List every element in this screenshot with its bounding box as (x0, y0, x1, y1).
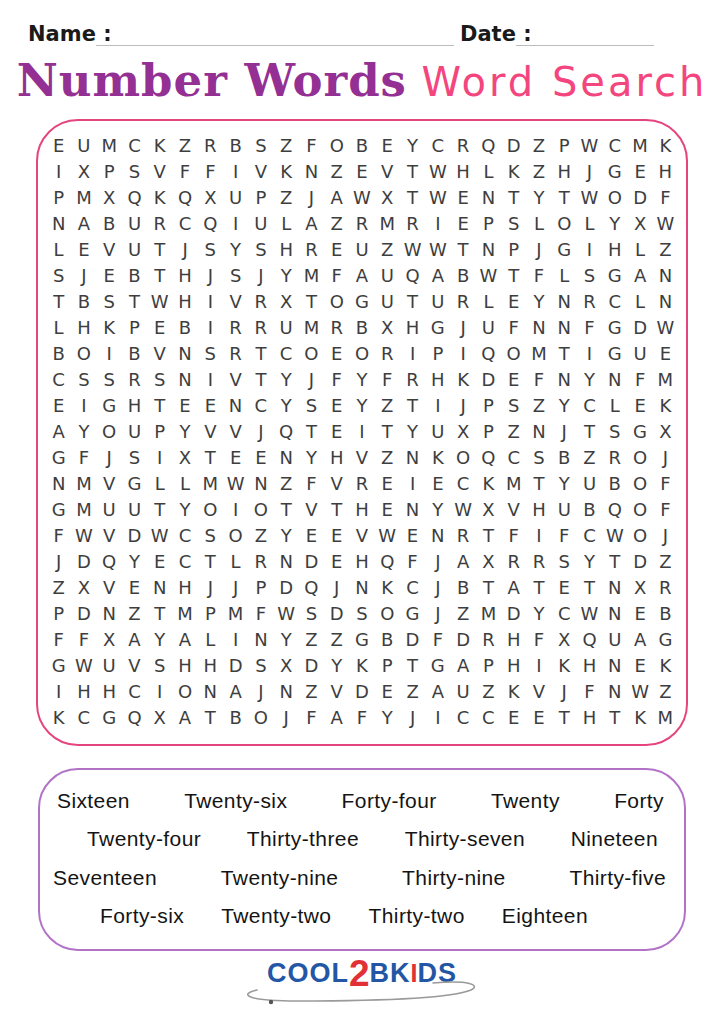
grid-cell: Y (274, 262, 299, 288)
grid-cell: U (627, 340, 652, 366)
grid-cell: Z (526, 158, 551, 184)
grid-cell: I (425, 210, 450, 236)
grid-cell: F (46, 627, 71, 653)
grid-cell: M (627, 132, 652, 158)
grid-cell: W (577, 601, 602, 627)
grid-cell: Q (274, 418, 299, 444)
grid-cell: S (526, 445, 551, 471)
grid-cell: T (400, 158, 425, 184)
grid-cell: O (627, 497, 652, 523)
grid-cell: P (46, 601, 71, 627)
grid-cell: F (324, 366, 349, 392)
grid-cell: O (324, 288, 349, 314)
footer: COOL2BKIDS (0, 958, 724, 992)
grid-cell: F (552, 523, 577, 549)
grid-cell: G (349, 288, 374, 314)
grid-cell: W (147, 288, 172, 314)
grid-cell: H (602, 236, 627, 262)
grid-cell: R (299, 236, 324, 262)
grid-cell: E (147, 314, 172, 340)
grid-cell: T (577, 418, 602, 444)
grid-cell: R (349, 210, 374, 236)
word-list-item: Thirty-two (369, 904, 465, 928)
grid-cell: J (552, 418, 577, 444)
grid-cell: P (375, 653, 400, 679)
grid-cell: V (122, 653, 147, 679)
grid-cell: T (147, 601, 172, 627)
grid-cell: A (223, 679, 248, 705)
grid-cell: D (299, 653, 324, 679)
cool2bkids-logo[interactable]: COOL2BKIDS (267, 958, 457, 992)
grid-cell: E (97, 262, 122, 288)
grid-cell: O (602, 184, 627, 210)
grid-cell: D (501, 132, 526, 158)
grid-cell: N (653, 288, 678, 314)
grid-cell: E (627, 392, 652, 418)
grid-cell: Q (602, 497, 627, 523)
grid-cell: U (425, 288, 450, 314)
grid-cell: K (147, 132, 172, 158)
grid-cell: R (223, 314, 248, 340)
grid-cell: X (476, 549, 501, 575)
grid-cell: B (223, 132, 248, 158)
grid-cell: O (450, 445, 475, 471)
grid-cell: R (375, 340, 400, 366)
grid-cell: K (653, 653, 678, 679)
grid-cell: G (602, 158, 627, 184)
grid-cell: E (324, 392, 349, 418)
date-field[interactable] (516, 45, 654, 46)
grid-cell: P (97, 158, 122, 184)
grid-cell: L (172, 471, 197, 497)
grid-cell: K (349, 653, 374, 679)
grid-cell: G (97, 705, 122, 731)
grid-cell: N (274, 549, 299, 575)
grid-cell: N (526, 418, 551, 444)
word-list-item: Sixteen (57, 789, 130, 813)
grid-cell: B (122, 340, 147, 366)
grid-cell: F (299, 705, 324, 731)
grid-cell: A (349, 262, 374, 288)
grid-cell: O (299, 340, 324, 366)
grid-cell: V (223, 288, 248, 314)
grid-cell: F (627, 366, 652, 392)
grid-cell: F (299, 132, 324, 158)
grid-cell: Y (274, 523, 299, 549)
grid-cell: S (97, 288, 122, 314)
grid-cell: G (627, 418, 652, 444)
grid-cell: J (552, 679, 577, 705)
grid-cell: I (526, 653, 551, 679)
grid-cell: K (46, 705, 71, 731)
grid-cell: M (71, 497, 96, 523)
grid-cell: H (349, 549, 374, 575)
grid-cell: D (122, 523, 147, 549)
grid-cell: L (526, 210, 551, 236)
grid-cell: V (501, 497, 526, 523)
grid-cell: X (552, 627, 577, 653)
grid-cell: N (274, 679, 299, 705)
grid-cell: A (46, 418, 71, 444)
grid-cell: D (71, 549, 96, 575)
grid-cell: E (324, 523, 349, 549)
grid-cell: Q (476, 340, 501, 366)
grid-cell: C (552, 601, 577, 627)
grid-cell: S (602, 418, 627, 444)
grid-cell: W (223, 471, 248, 497)
grid-cell: U (274, 314, 299, 340)
grid-cell: M (71, 471, 96, 497)
name-field[interactable] (96, 45, 454, 46)
grid-cell: E (375, 679, 400, 705)
grid-cell: Y (122, 549, 147, 575)
grid-cell: U (476, 314, 501, 340)
grid-cell: E (501, 288, 526, 314)
grid-cell: R (400, 366, 425, 392)
grid-cell: J (97, 445, 122, 471)
grid-cell: C (248, 392, 273, 418)
grid-cell: C (122, 132, 147, 158)
grid-cell: N (653, 262, 678, 288)
grid-cell: D (274, 575, 299, 601)
grid-cell: H (324, 445, 349, 471)
grid-cell: J (299, 184, 324, 210)
grid-cell: Z (450, 601, 475, 627)
grid-cell: J (172, 236, 197, 262)
grid-cell: R (450, 132, 475, 158)
grid-cell: F (653, 497, 678, 523)
grid-cell: T (375, 418, 400, 444)
grid-cell: Z (375, 392, 400, 418)
grid-cell: D (324, 601, 349, 627)
grid-cell: X (172, 445, 197, 471)
grid-cell: N (400, 497, 425, 523)
grid-cell: C (122, 679, 147, 705)
grid-cell: E (375, 132, 400, 158)
grid-cell: O (71, 340, 96, 366)
grid-cell: O (324, 132, 349, 158)
grid-cell: Y (71, 418, 96, 444)
grid-cell: R (602, 445, 627, 471)
name-label: Name : (28, 22, 112, 46)
grid-cell: L (627, 236, 652, 262)
grid-cell: T (552, 705, 577, 731)
grid-cell: H (172, 288, 197, 314)
grid-cell: N (248, 471, 273, 497)
word-list-row: Twenty-fourThirty-threeThirty-sevenNinet… (40, 827, 684, 851)
grid-cell: U (97, 653, 122, 679)
grid-cell: M (71, 184, 96, 210)
grid-cell: V (147, 340, 172, 366)
grid-cell: S (198, 236, 223, 262)
grid-cell: T (46, 288, 71, 314)
grid-cell: S (248, 132, 273, 158)
grid-cell: E (324, 340, 349, 366)
grid-cell: T (198, 549, 223, 575)
grid-cell: L (274, 210, 299, 236)
grid-cell: N (248, 627, 273, 653)
grid-cell: I (223, 627, 248, 653)
grid-cell: F (526, 366, 551, 392)
grid-cell: O (248, 497, 273, 523)
grid-cell: F (172, 158, 197, 184)
grid-cell: Z (248, 523, 273, 549)
grid-cell: Y (552, 471, 577, 497)
grid-cell: I (198, 314, 223, 340)
grid-cell: M (375, 210, 400, 236)
grid-cell: P (248, 575, 273, 601)
grid-cell: L (476, 158, 501, 184)
grid-cell: A (501, 575, 526, 601)
grid-cell: W (425, 236, 450, 262)
grid-cell: S (122, 445, 147, 471)
grid-cell: N (602, 653, 627, 679)
grid-cell: W (577, 132, 602, 158)
grid-cell: K (375, 575, 400, 601)
grid-cell: D (627, 314, 652, 340)
grid-cell: J (248, 679, 273, 705)
grid-cell: R (223, 340, 248, 366)
grid-cell: I (71, 392, 96, 418)
grid-cell: W (400, 236, 425, 262)
grid-cell: G (602, 262, 627, 288)
grid-cell: T (198, 445, 223, 471)
grid-cell: M (299, 314, 324, 340)
grid-cell: W (602, 523, 627, 549)
grid-cell: E (147, 549, 172, 575)
grid-cell: F (400, 549, 425, 575)
grid-cell: J (299, 366, 324, 392)
grid-cell: B (602, 471, 627, 497)
worksheet-page: Name : Date : Number Words Word Search E… (0, 0, 724, 1024)
grid-cell: Y (526, 184, 551, 210)
grid-cell: Y (172, 497, 197, 523)
grid-cell: K (425, 445, 450, 471)
grid-cell: I (97, 340, 122, 366)
grid-cell: S (46, 262, 71, 288)
grid-cell: Z (172, 132, 197, 158)
grid-cell: K (627, 705, 652, 731)
logo-swoosh-icon (237, 978, 487, 1008)
grid-cell: Z (299, 679, 324, 705)
grid-cell: N (425, 523, 450, 549)
grid-cell: R (653, 575, 678, 601)
grid-cell: T (147, 236, 172, 262)
grid-cell: H (501, 627, 526, 653)
grid-cell: T (476, 575, 501, 601)
grid-cell: U (425, 418, 450, 444)
grid-cell: D (349, 679, 374, 705)
grid-cell: T (501, 184, 526, 210)
grid-cell: T (552, 340, 577, 366)
grid-cell: K (450, 366, 475, 392)
grid-cell: J (274, 705, 299, 731)
grid-cell: N (349, 575, 374, 601)
grid-cell: K (274, 158, 299, 184)
grid-cell: E (198, 392, 223, 418)
grid-cell: E (46, 392, 71, 418)
grid-cell: H (122, 392, 147, 418)
grid-cell: O (349, 340, 374, 366)
grid-cell: D (450, 627, 475, 653)
grid-cell: M (476, 601, 501, 627)
grid-cell: T (476, 523, 501, 549)
grid-cell: Z (653, 679, 678, 705)
grid-cell: T (147, 392, 172, 418)
grid-cell: B (653, 601, 678, 627)
grid-cell: H (552, 158, 577, 184)
grid-cell: R (248, 314, 273, 340)
grid-cell: R (122, 366, 147, 392)
grid-cell: N (97, 601, 122, 627)
grid-cell: N (476, 184, 501, 210)
grid-cell: V (324, 471, 349, 497)
grid-cell: G (122, 471, 147, 497)
grid-cell: A (172, 627, 197, 653)
grid-cell: V (223, 418, 248, 444)
grid-cell: N (552, 314, 577, 340)
grid-cell: E (248, 445, 273, 471)
grid-cell: K (476, 471, 501, 497)
grid-cell: U (248, 210, 273, 236)
grid-cell: I (425, 392, 450, 418)
grid-cell: S (223, 262, 248, 288)
grid-cell: K (97, 314, 122, 340)
grid-cell: X (147, 705, 172, 731)
grid-cell: N (147, 575, 172, 601)
grid-cell: B (450, 575, 475, 601)
grid-cell: Q (172, 184, 197, 210)
grid-cell: T (248, 340, 273, 366)
grid-cell: W (71, 653, 96, 679)
grid-cell: V (97, 471, 122, 497)
grid-cell: E (627, 601, 652, 627)
title-sub: Word Search (421, 59, 707, 105)
grid-cell: E (122, 575, 147, 601)
grid-cell: J (526, 236, 551, 262)
word-list-item: Thirty-nine (402, 866, 506, 890)
grid-cell: V (97, 523, 122, 549)
word-list-item: Forty-four (342, 789, 437, 813)
grid-cell: L (627, 288, 652, 314)
grid-cell: V (349, 523, 374, 549)
grid-cell: E (552, 575, 577, 601)
word-list-item: Forty-six (100, 904, 184, 928)
word-list-item: Twenty-four (87, 827, 201, 851)
puzzle-grid-box: EUMCKZRBSZFOBEYCRQDZPWCMKIXPSVFFIVKNZEVT… (36, 119, 688, 746)
grid-cell: U (375, 288, 400, 314)
grid-cell: F (577, 314, 602, 340)
grid-cell: I (46, 679, 71, 705)
grid-cell: R (526, 549, 551, 575)
grid-cell: U (223, 184, 248, 210)
grid-cell: Y (375, 705, 400, 731)
grid-cell: Z (375, 236, 400, 262)
grid-cell: S (501, 210, 526, 236)
grid-cell: I (349, 418, 374, 444)
grid-cell: G (46, 445, 71, 471)
grid-cell: W (627, 679, 652, 705)
grid-cell: G (425, 314, 450, 340)
grid-cell: F (501, 314, 526, 340)
grid-cell: Q (198, 210, 223, 236)
grid-cell: S (97, 366, 122, 392)
grid-cell: B (375, 627, 400, 653)
grid-cell: A (172, 705, 197, 731)
grid-cell: R (450, 523, 475, 549)
grid-cell: O (552, 210, 577, 236)
grid-cell: Y (577, 366, 602, 392)
grid-cell: L (577, 210, 602, 236)
grid-cell: O (375, 601, 400, 627)
grid-cell: T (526, 471, 551, 497)
grid-cell: D (476, 366, 501, 392)
grid-cell: H (653, 158, 678, 184)
grid-cell: X (450, 418, 475, 444)
grid-cell: S (71, 366, 96, 392)
word-list-item: Eighteen (502, 904, 588, 928)
grid-cell: B (349, 132, 374, 158)
grid-cell: J (223, 575, 248, 601)
grid-cell: Y (425, 497, 450, 523)
grid-cell: U (577, 471, 602, 497)
grid-cell: T (198, 705, 223, 731)
grid-cell: P (476, 210, 501, 236)
grid-cell: J (324, 575, 349, 601)
grid-cell: N (172, 366, 197, 392)
grid-cell: Q (476, 132, 501, 158)
grid-cell: C (172, 523, 197, 549)
grid-cell: S (147, 653, 172, 679)
grid-cell: S (122, 158, 147, 184)
grid-cell: Q (400, 262, 425, 288)
grid-cell: X (627, 210, 652, 236)
word-list-row: SeventeenTwenty-nineThirty-nineThirty-fi… (40, 866, 684, 890)
grid-cell: W (425, 158, 450, 184)
grid-cell: W (71, 523, 96, 549)
grid-cell: N (299, 158, 324, 184)
grid-cell: O (223, 523, 248, 549)
grid-cell: H (349, 497, 374, 523)
grid-cell: X (653, 418, 678, 444)
grid-cell: W (274, 601, 299, 627)
grid-cell: F (653, 471, 678, 497)
grid-cell: J (425, 549, 450, 575)
grid-cell: S (299, 601, 324, 627)
grid-cell: E (71, 236, 96, 262)
grid-cell: A (324, 184, 349, 210)
grid-cell: X (375, 314, 400, 340)
grid-cell: R (400, 210, 425, 236)
word-list-item: Forty (614, 789, 664, 813)
grid-cell: R (501, 549, 526, 575)
grid-cell: U (450, 679, 475, 705)
grid-cell: P (476, 418, 501, 444)
grid-cell: C (602, 132, 627, 158)
grid-cell: K (501, 679, 526, 705)
grid-cell: P (198, 601, 223, 627)
grid-cell: R (198, 132, 223, 158)
grid-cell: E (324, 549, 349, 575)
grid-cell: A (627, 627, 652, 653)
grid-cell: G (97, 392, 122, 418)
grid-cell: H (172, 262, 197, 288)
grid-cell: J (248, 418, 273, 444)
grid-cell: O (248, 705, 273, 731)
grid-cell: E (324, 418, 349, 444)
grid-cell: V (198, 418, 223, 444)
grid-cell: C (274, 340, 299, 366)
